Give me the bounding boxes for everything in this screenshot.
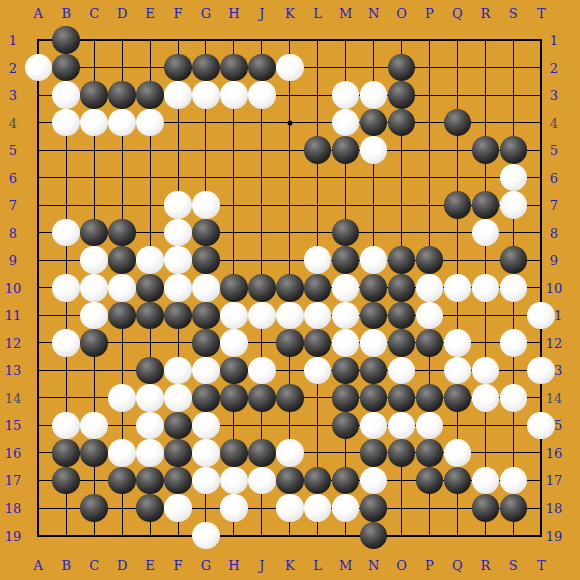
col-label-bottom-K: K [285, 559, 295, 572]
row-label-left-13: 13 [5, 364, 22, 377]
white-stone-G17[interactable] [192, 467, 220, 495]
white-stone-G10[interactable] [192, 274, 220, 302]
white-stone-S7[interactable] [500, 191, 528, 219]
black-stone-K14[interactable] [276, 384, 304, 412]
white-stone-T13[interactable] [527, 357, 555, 385]
white-stone-F9[interactable] [164, 246, 192, 274]
black-stone-C3[interactable] [80, 81, 108, 109]
white-stone-H11[interactable] [220, 302, 248, 330]
black-stone-N14[interactable] [360, 384, 388, 412]
white-stone-D10[interactable] [108, 274, 136, 302]
black-stone-M9[interactable] [332, 246, 360, 274]
col-label-bottom-N: N [368, 559, 379, 572]
black-stone-H14[interactable] [220, 384, 248, 412]
col-label-bottom-T: T [537, 559, 546, 572]
col-label-top-B: B [61, 7, 71, 20]
white-stone-F3[interactable] [164, 81, 192, 109]
black-stone-O12[interactable] [388, 329, 416, 357]
black-stone-R5[interactable] [472, 136, 500, 164]
white-stone-H3[interactable] [220, 81, 248, 109]
white-stone-N15[interactable] [360, 412, 388, 440]
black-stone-H2[interactable] [220, 54, 248, 82]
black-stone-B17[interactable] [52, 467, 80, 495]
black-stone-N10[interactable] [360, 274, 388, 302]
black-stone-P14[interactable] [416, 384, 444, 412]
white-stone-F8[interactable] [164, 219, 192, 247]
black-stone-O16[interactable] [388, 439, 416, 467]
black-stone-O4[interactable] [388, 109, 416, 137]
row-label-left-7: 7 [9, 199, 17, 212]
black-stone-Q17[interactable] [444, 467, 472, 495]
white-stone-D4[interactable] [108, 109, 136, 137]
col-label-bottom-C: C [89, 559, 99, 572]
white-stone-N5[interactable] [360, 136, 388, 164]
white-stone-K11[interactable] [276, 302, 304, 330]
col-label-bottom-F: F [173, 559, 182, 572]
black-stone-F2[interactable] [164, 54, 192, 82]
white-stone-R14[interactable] [472, 384, 500, 412]
col-label-top-P: P [425, 7, 434, 20]
white-stone-M12[interactable] [332, 329, 360, 357]
black-stone-M17[interactable] [332, 467, 360, 495]
black-stone-J10[interactable] [248, 274, 276, 302]
white-stone-C15[interactable] [80, 412, 108, 440]
col-label-top-O: O [396, 7, 407, 20]
col-label-top-G: G [201, 7, 211, 20]
white-stone-B3[interactable] [52, 81, 80, 109]
white-stone-E4[interactable] [136, 109, 164, 137]
black-stone-N16[interactable] [360, 439, 388, 467]
black-stone-B1[interactable] [52, 26, 80, 54]
col-label-top-N: N [368, 7, 379, 20]
white-stone-N17[interactable] [360, 467, 388, 495]
col-label-bottom-O: O [396, 559, 407, 572]
white-stone-G7[interactable] [192, 191, 220, 219]
black-stone-O14[interactable] [388, 384, 416, 412]
white-stone-M18[interactable] [332, 494, 360, 522]
black-stone-H10[interactable] [220, 274, 248, 302]
stones-layer [24, 26, 555, 549]
white-stone-H12[interactable] [220, 329, 248, 357]
black-stone-L17[interactable] [304, 467, 332, 495]
black-stone-L10[interactable] [304, 274, 332, 302]
black-stone-G9[interactable] [192, 246, 220, 274]
white-stone-P11[interactable] [416, 302, 444, 330]
white-stone-Q10[interactable] [444, 274, 472, 302]
black-stone-P12[interactable] [416, 329, 444, 357]
white-stone-N3[interactable] [360, 81, 388, 109]
black-stone-B16[interactable] [52, 439, 80, 467]
white-stone-G15[interactable] [192, 412, 220, 440]
col-label-bottom-A: A [34, 559, 43, 572]
white-stone-B10[interactable] [52, 274, 80, 302]
col-label-top-K: K [285, 7, 295, 20]
black-stone-F16[interactable] [164, 439, 192, 467]
black-stone-M15[interactable] [332, 412, 360, 440]
white-stone-M3[interactable] [332, 81, 360, 109]
black-stone-D8[interactable] [108, 219, 136, 247]
black-stone-G14[interactable] [192, 384, 220, 412]
col-label-top-Q: Q [452, 7, 463, 20]
black-stone-C12[interactable] [80, 329, 108, 357]
white-stone-D14[interactable] [108, 384, 136, 412]
white-stone-C10[interactable] [80, 274, 108, 302]
white-stone-M10[interactable] [332, 274, 360, 302]
white-stone-S12[interactable] [500, 329, 528, 357]
white-stone-N12[interactable] [360, 329, 388, 357]
black-stone-O10[interactable] [388, 274, 416, 302]
go-board[interactable]: AABBCCDDEEFFGGHHJJKKLLMMNNOOPPQQRRSSTT11… [0, 0, 580, 580]
black-stone-J16[interactable] [248, 439, 276, 467]
black-stone-L12[interactable] [304, 329, 332, 357]
col-label-top-J: J [259, 7, 264, 20]
white-stone-L11[interactable] [304, 302, 332, 330]
white-stone-J3[interactable] [248, 81, 276, 109]
black-stone-L5[interactable] [304, 136, 332, 164]
white-stone-P10[interactable] [416, 274, 444, 302]
black-stone-E17[interactable] [136, 467, 164, 495]
black-stone-N11[interactable] [360, 302, 388, 330]
row-label-left-6: 6 [9, 171, 17, 184]
white-stone-B8[interactable] [52, 219, 80, 247]
white-stone-S14[interactable] [500, 384, 528, 412]
black-stone-E18[interactable] [136, 494, 164, 522]
row-label-left-17: 17 [5, 474, 22, 487]
row-label-left-10: 10 [5, 281, 22, 294]
white-stone-K18[interactable] [276, 494, 304, 522]
white-stone-E15[interactable] [136, 412, 164, 440]
white-stone-K2[interactable] [276, 54, 304, 82]
black-stone-Q4[interactable] [444, 109, 472, 137]
white-stone-B12[interactable] [52, 329, 80, 357]
black-stone-O3[interactable] [388, 81, 416, 109]
white-stone-F13[interactable] [164, 357, 192, 385]
black-stone-J14[interactable] [248, 384, 276, 412]
black-stone-P16[interactable] [416, 439, 444, 467]
black-stone-K17[interactable] [276, 467, 304, 495]
row-label-left-14: 14 [5, 391, 22, 404]
white-stone-F10[interactable] [164, 274, 192, 302]
black-stone-D11[interactable] [108, 302, 136, 330]
white-stone-A2[interactable] [25, 54, 53, 82]
white-stone-F7[interactable] [164, 191, 192, 219]
white-stone-O15[interactable] [388, 412, 416, 440]
black-stone-R7[interactable] [472, 191, 500, 219]
white-stone-R10[interactable] [472, 274, 500, 302]
row-label-left-8: 8 [9, 226, 17, 239]
black-stone-K10[interactable] [276, 274, 304, 302]
black-stone-E11[interactable] [136, 302, 164, 330]
col-label-bottom-R: R [480, 559, 490, 572]
black-stone-R18[interactable] [472, 494, 500, 522]
row-label-left-16: 16 [5, 446, 22, 459]
white-stone-H17[interactable] [220, 467, 248, 495]
col-label-bottom-M: M [339, 559, 352, 572]
row-label-left-18: 18 [5, 502, 22, 515]
col-label-bottom-G: G [201, 559, 211, 572]
col-label-bottom-L: L [313, 559, 322, 572]
black-stone-G8[interactable] [192, 219, 220, 247]
black-stone-N13[interactable] [360, 357, 388, 385]
black-stone-F17[interactable] [164, 467, 192, 495]
white-stone-G19[interactable] [192, 522, 220, 550]
black-stone-C18[interactable] [80, 494, 108, 522]
black-stone-F11[interactable] [164, 302, 192, 330]
white-stone-L13[interactable] [304, 357, 332, 385]
white-stone-T15[interactable] [527, 412, 555, 440]
black-stone-Q14[interactable] [444, 384, 472, 412]
col-label-bottom-H: H [228, 559, 239, 572]
white-stone-B15[interactable] [52, 412, 80, 440]
black-stone-C8[interactable] [80, 219, 108, 247]
white-stone-H18[interactable] [220, 494, 248, 522]
black-stone-F15[interactable] [164, 412, 192, 440]
black-stone-K12[interactable] [276, 329, 304, 357]
black-stone-E3[interactable] [136, 81, 164, 109]
white-stone-R13[interactable] [472, 357, 500, 385]
white-stone-E14[interactable] [136, 384, 164, 412]
row-label-left-5: 5 [9, 144, 17, 157]
row-label-left-15: 15 [5, 419, 22, 432]
white-stone-S6[interactable] [500, 164, 528, 192]
white-stone-K16[interactable] [276, 439, 304, 467]
black-stone-N19[interactable] [360, 522, 388, 550]
black-stone-O2[interactable] [388, 54, 416, 82]
black-stone-M5[interactable] [332, 136, 360, 164]
white-stone-T11[interactable] [527, 302, 555, 330]
white-stone-M4[interactable] [332, 109, 360, 137]
white-stone-J11[interactable] [248, 302, 276, 330]
black-stone-G11[interactable] [192, 302, 220, 330]
col-label-top-D: D [117, 7, 127, 20]
black-stone-N18[interactable] [360, 494, 388, 522]
black-stone-P17[interactable] [416, 467, 444, 495]
row-label-left-19: 19 [5, 529, 22, 542]
black-stone-O11[interactable] [388, 302, 416, 330]
white-stone-E9[interactable] [136, 246, 164, 274]
white-stone-G16[interactable] [192, 439, 220, 467]
white-stone-R17[interactable] [472, 467, 500, 495]
white-stone-O13[interactable] [388, 357, 416, 385]
white-stone-F14[interactable] [164, 384, 192, 412]
black-stone-B2[interactable] [52, 54, 80, 82]
col-label-bottom-P: P [425, 559, 434, 572]
col-label-top-F: F [173, 7, 182, 20]
white-stone-B4[interactable] [52, 109, 80, 137]
white-stone-C4[interactable] [80, 109, 108, 137]
black-stone-O9[interactable] [388, 246, 416, 274]
row-label-left-4: 4 [9, 116, 17, 129]
col-label-top-L: L [313, 7, 322, 20]
white-stone-S10[interactable] [500, 274, 528, 302]
black-stone-H16[interactable] [220, 439, 248, 467]
white-stone-D16[interactable] [108, 439, 136, 467]
black-stone-C16[interactable] [80, 439, 108, 467]
row-label-left-3: 3 [9, 89, 17, 102]
col-label-bottom-Q: Q [452, 559, 463, 572]
col-label-top-R: R [480, 7, 490, 20]
white-stone-J17[interactable] [248, 467, 276, 495]
white-stone-M11[interactable] [332, 302, 360, 330]
black-stone-Q7[interactable] [444, 191, 472, 219]
white-stone-C11[interactable] [80, 302, 108, 330]
white-stone-J13[interactable] [248, 357, 276, 385]
black-stone-P9[interactable] [416, 246, 444, 274]
col-label-top-M: M [339, 7, 352, 20]
col-label-bottom-D: D [117, 559, 127, 572]
col-label-bottom-B: B [61, 559, 71, 572]
white-stone-C9[interactable] [80, 246, 108, 274]
white-stone-G3[interactable] [192, 81, 220, 109]
white-stone-R8[interactable] [472, 219, 500, 247]
white-stone-G13[interactable] [192, 357, 220, 385]
black-stone-E10[interactable] [136, 274, 164, 302]
black-stone-E13[interactable] [136, 357, 164, 385]
black-stone-J2[interactable] [248, 54, 276, 82]
white-stone-Q16[interactable] [444, 439, 472, 467]
black-stone-N4[interactable] [360, 109, 388, 137]
black-stone-S9[interactable] [500, 246, 528, 274]
row-label-left-2: 2 [9, 61, 17, 74]
col-label-top-S: S [509, 7, 518, 20]
col-label-bottom-J: J [259, 559, 264, 572]
black-stone-G2[interactable] [192, 54, 220, 82]
black-stone-S18[interactable] [500, 494, 528, 522]
col-label-top-H: H [228, 7, 239, 20]
white-stone-F18[interactable] [164, 494, 192, 522]
white-stone-N9[interactable] [360, 246, 388, 274]
black-stone-D3[interactable] [108, 81, 136, 109]
black-stone-D9[interactable] [108, 246, 136, 274]
col-label-top-T: T [537, 7, 546, 20]
black-stone-H13[interactable] [220, 357, 248, 385]
col-label-bottom-S: S [509, 559, 518, 572]
black-stone-M14[interactable] [332, 384, 360, 412]
white-stone-S17[interactable] [500, 467, 528, 495]
black-stone-M8[interactable] [332, 219, 360, 247]
white-stone-Q13[interactable] [444, 357, 472, 385]
white-stone-P15[interactable] [416, 412, 444, 440]
col-label-top-A: A [34, 7, 43, 20]
row-label-left-1: 1 [9, 34, 17, 47]
black-stone-S5[interactable] [500, 136, 528, 164]
col-label-top-E: E [145, 7, 155, 20]
row-label-left-9: 9 [9, 254, 17, 267]
white-stone-L9[interactable] [304, 246, 332, 274]
col-label-bottom-E: E [145, 559, 155, 572]
row-label-left-12: 12 [5, 336, 22, 349]
black-stone-D17[interactable] [108, 467, 136, 495]
white-stone-L18[interactable] [304, 494, 332, 522]
col-label-top-C: C [89, 7, 99, 20]
row-label-left-11: 11 [5, 309, 22, 322]
black-stone-G12[interactable] [192, 329, 220, 357]
white-stone-Q12[interactable] [444, 329, 472, 357]
white-stone-E16[interactable] [136, 439, 164, 467]
black-stone-M13[interactable] [332, 357, 360, 385]
